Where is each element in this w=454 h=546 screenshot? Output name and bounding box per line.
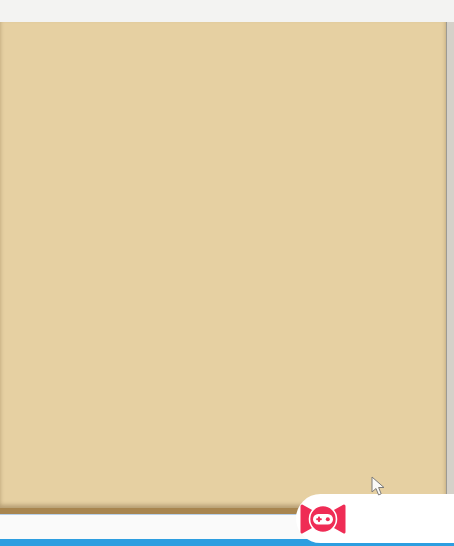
candy-robot-logo-icon <box>300 498 346 540</box>
xiangqi-board[interactable] <box>0 22 446 514</box>
top-coordinate-strip <box>0 0 454 22</box>
xiangqi-app-window <box>0 0 454 546</box>
watermark <box>296 494 454 543</box>
window-right-border <box>446 22 454 538</box>
mouse-cursor-icon <box>371 476 386 497</box>
